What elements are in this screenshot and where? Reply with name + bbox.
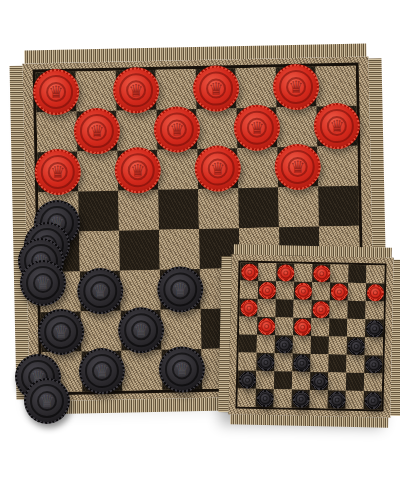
crown-icon: ♛ [157,266,204,313]
red-checker: ♛ [277,264,294,281]
black-checker: ♛ [256,389,273,406]
black-checker: ♛ [257,353,274,370]
rug-fringe-top [234,244,392,257]
red-checker: ♛ [114,147,161,194]
black-checker: ♛ [78,348,125,395]
black-checker: ♛ [310,373,327,390]
red-checker: ♛ [241,263,258,280]
black-checker: ♛ [347,337,364,354]
crown-icon: ♛ [34,148,81,195]
rug-fringe-right [390,260,400,416]
crown-icon: ♛ [313,103,360,150]
red-checker: ♛ [274,143,321,190]
red-checker: ♛ [366,284,383,301]
red-checker: ♛ [312,301,329,318]
black-checker: ♛ [275,336,292,353]
red-checker: ♛ [258,281,275,298]
red-checker: ♛ [240,299,257,316]
black-checker: ♛ [157,266,204,313]
red-checker: ♛ [330,283,347,300]
rug-fringe-left [10,66,30,400]
black-checker: ♛ [328,391,345,408]
black-checker: ♛ [365,356,382,373]
rug-fringe-top [24,43,366,63]
small-board-pieces: ♛♛♛♛♛♛♛♛♛♛♛♛♛♛♛♛♛♛♛♛♛♛♛ [238,263,385,410]
crown-icon: ♛ [274,143,321,190]
crown-icon: ♛ [194,145,241,192]
rug-fringe-left [218,256,231,412]
black-checker: ♛ [158,346,205,393]
crown-icon: ♛ [78,348,125,395]
red-checker: ♛ [313,265,330,282]
small-checkers-rug: ♛♛♛♛♛♛♛♛♛♛♛♛♛♛♛♛♛♛♛♛♛♛♛ [228,254,393,417]
crown-icon: ♛ [114,147,161,194]
black-checker: ♛ [364,392,381,409]
red-checker: ♛ [34,148,81,195]
red-checker: ♛ [194,145,241,192]
red-checker: ♛ [294,318,311,335]
black-checker: ♛ [365,320,382,337]
red-checker: ♛ [294,282,311,299]
black-checker: ♛ [293,354,310,371]
black-checker: ♛ [238,371,255,388]
rug-fringe-bottom [230,414,388,427]
red-checker: ♛ [258,317,275,334]
crown-icon: ♛ [158,346,205,393]
product-photo-canvas: { "game": "checkers", "boards": { "large… [0,0,400,480]
red-checker: ♛ [313,103,360,150]
black-checker: ♛ [292,390,309,407]
